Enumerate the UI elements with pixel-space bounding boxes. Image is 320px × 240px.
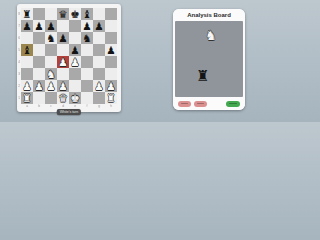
square-d6[interactable]: ♟	[57, 32, 69, 44]
square-g6[interactable]	[93, 32, 105, 44]
square-c1[interactable]	[45, 92, 57, 104]
square-d2[interactable]: ♟	[57, 80, 69, 92]
square-f1[interactable]	[81, 92, 93, 104]
analysis-card-header: Analysis Board	[173, 9, 245, 21]
square-a5[interactable]: ♝	[21, 44, 33, 56]
white-pawn-c2[interactable]: ♟	[46, 80, 55, 92]
square-f4[interactable]	[81, 56, 93, 68]
square-e3[interactable]	[69, 68, 81, 80]
square-f5[interactable]	[81, 44, 93, 56]
square-c3[interactable]: ♞	[45, 68, 57, 80]
square-g2[interactable]: ♟	[93, 80, 105, 92]
white-pawn-d2[interactable]: ♟	[58, 80, 67, 92]
white-rook-h1[interactable]: ♜	[106, 92, 115, 104]
square-b7[interactable]: ♟	[33, 20, 45, 32]
file-label: b	[33, 104, 45, 109]
square-a1[interactable]: ♜	[21, 92, 33, 104]
black-king-e8[interactable]: ♚	[70, 8, 79, 20]
square-f7[interactable]: ♟	[81, 20, 93, 32]
white-queen-d1[interactable]: ♛	[58, 92, 67, 104]
square-b4[interactable]	[33, 56, 45, 68]
square-f2[interactable]	[81, 80, 93, 92]
chess-board-panel: 87654321 ♜♛♚♝♟♟♟♟♟♞♟♞♝♟♟♟♟♞♟♟♟♟♟♟♜♛♚♜ ab…	[17, 4, 121, 112]
square-h6[interactable]	[105, 32, 117, 44]
file-label: f	[81, 104, 93, 109]
panel-button-red-1[interactable]	[178, 101, 191, 107]
white-pawn-d4[interactable]: ♟	[58, 56, 67, 68]
square-f6[interactable]: ♞	[81, 32, 93, 44]
white-knight-icon[interactable]: ♞	[205, 28, 217, 43]
white-knight-c3[interactable]: ♞	[46, 68, 55, 80]
analysis-board-card: Analysis Board ♞♜	[173, 9, 245, 110]
square-g8[interactable]	[93, 8, 105, 20]
file-label: c	[45, 104, 57, 109]
square-g4[interactable]	[93, 56, 105, 68]
square-c7[interactable]: ♟	[45, 20, 57, 32]
white-pawn-g2[interactable]: ♟	[94, 80, 103, 92]
black-knight-f6[interactable]: ♞	[82, 32, 91, 44]
square-d4[interactable]: ♟	[57, 56, 69, 68]
black-pawn-g7[interactable]: ♟	[94, 20, 103, 32]
square-h7[interactable]	[105, 20, 117, 32]
square-d3[interactable]	[57, 68, 69, 80]
black-pawn-c7[interactable]: ♟	[46, 20, 55, 32]
square-g7[interactable]: ♟	[93, 20, 105, 32]
square-e5[interactable]: ♟	[69, 44, 81, 56]
panel-button-green[interactable]	[226, 101, 240, 107]
square-e2[interactable]	[69, 80, 81, 92]
square-g5[interactable]	[93, 44, 105, 56]
square-c8[interactable]	[45, 8, 57, 20]
square-d1[interactable]: ♛	[57, 92, 69, 104]
square-b3[interactable]	[33, 68, 45, 80]
square-g1[interactable]	[93, 92, 105, 104]
black-pawn-e5[interactable]: ♟	[70, 44, 79, 56]
black-pawn-a7[interactable]: ♟	[22, 20, 31, 32]
square-d7[interactable]	[57, 20, 69, 32]
square-d5[interactable]	[57, 44, 69, 56]
white-pawn-e4[interactable]: ♟	[70, 56, 79, 68]
square-b1[interactable]	[33, 92, 45, 104]
square-h1[interactable]: ♜	[105, 92, 117, 104]
square-a6[interactable]	[21, 32, 33, 44]
square-b2[interactable]: ♟	[33, 80, 45, 92]
square-h2[interactable]: ♟	[105, 80, 117, 92]
square-h5[interactable]: ♟	[105, 44, 117, 56]
analysis-card-body[interactable]: ♞♜	[175, 21, 243, 97]
square-d8[interactable]: ♛	[57, 8, 69, 20]
white-rook-a1[interactable]: ♜	[22, 92, 31, 104]
analysis-card-title: Analysis Board	[187, 12, 231, 18]
file-label: h	[105, 104, 117, 109]
white-pawn-b2[interactable]: ♟	[34, 80, 43, 92]
square-e8[interactable]: ♚	[69, 8, 81, 20]
black-rook-icon[interactable]: ♜	[196, 67, 209, 85]
square-e4[interactable]: ♟	[69, 56, 81, 68]
square-c4[interactable]	[45, 56, 57, 68]
square-h8[interactable]	[105, 8, 117, 20]
white-king-e1[interactable]: ♚	[70, 92, 79, 104]
panel-button-red-2[interactable]	[194, 101, 207, 107]
square-c2[interactable]: ♟	[45, 80, 57, 92]
square-e6[interactable]	[69, 32, 81, 44]
square-a2[interactable]: ♟	[21, 80, 33, 92]
square-c5[interactable]	[45, 44, 57, 56]
black-rook-a8[interactable]: ♜	[22, 8, 31, 20]
black-pawn-d6[interactable]: ♟	[58, 32, 67, 44]
black-bishop-f8[interactable]: ♝	[82, 8, 91, 20]
square-f8[interactable]: ♝	[81, 8, 93, 20]
black-pawn-h5[interactable]: ♟	[106, 44, 115, 56]
square-b6[interactable]	[33, 32, 45, 44]
black-bishop-a5[interactable]: ♝	[22, 44, 31, 56]
square-e1[interactable]: ♚	[69, 92, 81, 104]
square-b5[interactable]	[33, 44, 45, 56]
square-c6[interactable]: ♞	[45, 32, 57, 44]
square-a4[interactable]	[21, 56, 33, 68]
square-h4[interactable]	[105, 56, 117, 68]
square-a3[interactable]	[21, 68, 33, 80]
square-e7[interactable]	[69, 20, 81, 32]
black-pawn-f7[interactable]: ♟	[82, 20, 91, 32]
square-g3[interactable]	[93, 68, 105, 80]
white-pawn-a2[interactable]: ♟	[22, 80, 31, 92]
square-b8[interactable]	[33, 8, 45, 20]
analysis-card-footer	[173, 97, 245, 110]
black-knight-c6[interactable]: ♞	[46, 32, 55, 44]
square-f3[interactable]	[81, 68, 93, 80]
file-label: g	[93, 104, 105, 109]
black-queen-d8[interactable]: ♛	[58, 8, 67, 20]
file-label: a	[21, 104, 33, 109]
square-a7[interactable]: ♟	[21, 20, 33, 32]
chess-board[interactable]: ♜♛♚♝♟♟♟♟♟♞♟♞♝♟♟♟♟♞♟♟♟♟♟♟♜♛♚♜	[21, 8, 117, 104]
black-pawn-b7[interactable]: ♟	[34, 20, 43, 32]
turn-indicator: White's turn	[57, 109, 81, 116]
white-pawn-h2[interactable]: ♟	[106, 80, 115, 92]
square-h3[interactable]	[105, 68, 117, 80]
square-a8[interactable]: ♜	[21, 8, 33, 20]
